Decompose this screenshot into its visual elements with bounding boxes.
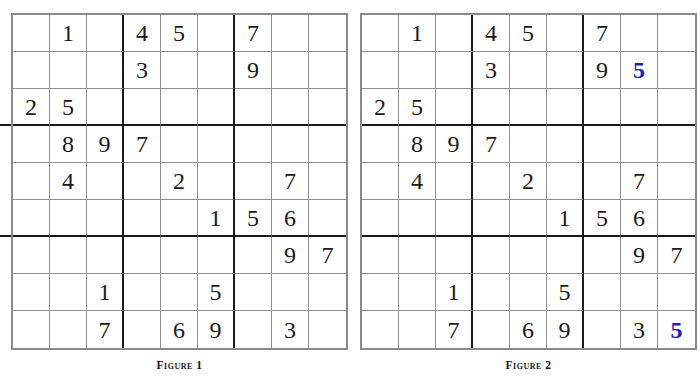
cell-r5c7 bbox=[584, 163, 621, 200]
cell-r5c4 bbox=[473, 163, 510, 200]
cell-r8c6: 5 bbox=[547, 274, 584, 311]
cell-r4c2: 8 bbox=[399, 126, 436, 163]
cell-r9c6: 9 bbox=[198, 311, 235, 348]
cell-r7c2 bbox=[50, 237, 87, 274]
cell-r3c8 bbox=[272, 89, 309, 126]
cell-r8c8 bbox=[272, 274, 309, 311]
cell-r6c8: 6 bbox=[272, 200, 309, 237]
cell-r6c8: 6 bbox=[621, 200, 658, 237]
cell-r8c2 bbox=[399, 274, 436, 311]
cell-r4c1 bbox=[362, 126, 399, 163]
cell-r3c7 bbox=[584, 89, 621, 126]
cell-r2c6 bbox=[547, 52, 584, 89]
cell-r4c9 bbox=[658, 126, 695, 163]
cell-r7c6 bbox=[198, 237, 235, 274]
cell-r2c2 bbox=[399, 52, 436, 89]
cell-r9c3: 7 bbox=[436, 311, 473, 348]
cell-r9c7 bbox=[235, 311, 272, 348]
cell-r1c6 bbox=[198, 15, 235, 52]
cell-r2c3 bbox=[87, 52, 124, 89]
cell-r5c4 bbox=[124, 163, 161, 200]
cell-r4c5 bbox=[510, 126, 547, 163]
cell-r2c1 bbox=[13, 52, 50, 89]
cell-r8c3: 1 bbox=[436, 274, 473, 311]
cell-r4c1 bbox=[13, 126, 50, 163]
cell-r2c8 bbox=[272, 52, 309, 89]
cell-r7c8: 9 bbox=[621, 237, 658, 274]
cell-r5c8: 7 bbox=[272, 163, 309, 200]
cell-r7c3 bbox=[436, 237, 473, 274]
cell-r1c2: 1 bbox=[399, 15, 436, 52]
cell-r8c2 bbox=[50, 274, 87, 311]
cell-r3c6 bbox=[198, 89, 235, 126]
cell-r4c4: 7 bbox=[124, 126, 161, 163]
cell-r3c3 bbox=[87, 89, 124, 126]
cell-r3c6 bbox=[547, 89, 584, 126]
cell-r6c7: 5 bbox=[235, 200, 272, 237]
cell-r8c6: 5 bbox=[198, 274, 235, 311]
cell-r2c6 bbox=[198, 52, 235, 89]
figure-1: 1457392589742715697157693 Figure 1 bbox=[11, 13, 348, 371]
cell-r6c2 bbox=[50, 200, 87, 237]
cell-r6c6: 1 bbox=[198, 200, 235, 237]
cell-r5c3 bbox=[87, 163, 124, 200]
cell-r9c1 bbox=[13, 311, 50, 348]
cell-r6c4 bbox=[124, 200, 161, 237]
cell-r8c3: 1 bbox=[87, 274, 124, 311]
cell-r7c7 bbox=[235, 237, 272, 274]
cell-r8c4 bbox=[473, 274, 510, 311]
cell-r6c6: 1 bbox=[547, 200, 584, 237]
cell-r5c6 bbox=[198, 163, 235, 200]
cell-r8c4 bbox=[124, 274, 161, 311]
cell-r2c5 bbox=[161, 52, 198, 89]
cell-r6c3 bbox=[436, 200, 473, 237]
figure-2: 145739525897427156971576935 Figure 2 bbox=[360, 13, 697, 371]
cell-r9c6: 9 bbox=[547, 311, 584, 348]
cell-r6c1 bbox=[13, 200, 50, 237]
cell-r4c6 bbox=[198, 126, 235, 163]
cell-r5c7 bbox=[235, 163, 272, 200]
cell-r8c5 bbox=[161, 274, 198, 311]
cell-r9c4 bbox=[473, 311, 510, 348]
cell-r9c2 bbox=[399, 311, 436, 348]
cell-r7c5 bbox=[161, 237, 198, 274]
cell-r4c6 bbox=[547, 126, 584, 163]
cell-r3c8 bbox=[621, 89, 658, 126]
cell-r1c7: 7 bbox=[235, 15, 272, 52]
cell-r4c8 bbox=[621, 126, 658, 163]
cell-r3c2: 5 bbox=[399, 89, 436, 126]
cell-r9c5: 6 bbox=[161, 311, 198, 348]
cell-r2c7: 9 bbox=[584, 52, 621, 89]
cell-r5c9 bbox=[658, 163, 695, 200]
cell-r8c1 bbox=[13, 274, 50, 311]
cell-r4c3: 9 bbox=[87, 126, 124, 163]
cell-r7c4 bbox=[124, 237, 161, 274]
cell-r1c9 bbox=[309, 15, 346, 52]
cell-r3c1: 2 bbox=[13, 89, 50, 126]
cell-r2c5 bbox=[510, 52, 547, 89]
cell-r3c4 bbox=[473, 89, 510, 126]
cell-r2c9 bbox=[658, 52, 695, 89]
cell-r8c9 bbox=[658, 274, 695, 311]
cell-r3c7 bbox=[235, 89, 272, 126]
cell-r7c5 bbox=[510, 237, 547, 274]
cell-r4c7 bbox=[584, 126, 621, 163]
sudoku-board-figure-2: 145739525897427156971576935 bbox=[360, 13, 697, 350]
cell-r3c1: 2 bbox=[362, 89, 399, 126]
cell-r6c5 bbox=[161, 200, 198, 237]
cell-r1c3 bbox=[436, 15, 473, 52]
cell-r7c9: 7 bbox=[309, 237, 346, 274]
cell-r1c2: 1 bbox=[50, 15, 87, 52]
cell-r1c1 bbox=[13, 15, 50, 52]
cell-r5c2: 4 bbox=[50, 163, 87, 200]
cell-r7c6 bbox=[547, 237, 584, 274]
cell-r8c1 bbox=[362, 274, 399, 311]
cell-r5c1 bbox=[13, 163, 50, 200]
cell-r1c7: 7 bbox=[584, 15, 621, 52]
cell-r7c9: 7 bbox=[658, 237, 695, 274]
figure-1-caption: Figure 1 bbox=[11, 359, 348, 371]
cell-r2c7: 9 bbox=[235, 52, 272, 89]
cell-r6c9 bbox=[658, 200, 695, 237]
cell-r6c9 bbox=[309, 200, 346, 237]
cell-r1c3 bbox=[87, 15, 124, 52]
cell-r9c3: 7 bbox=[87, 311, 124, 348]
cell-r5c6 bbox=[547, 163, 584, 200]
cell-r1c8 bbox=[272, 15, 309, 52]
cell-r5c5: 2 bbox=[510, 163, 547, 200]
cell-r9c5: 6 bbox=[510, 311, 547, 348]
cell-r8c7 bbox=[584, 274, 621, 311]
cell-r9c4 bbox=[124, 311, 161, 348]
cell-r3c9 bbox=[309, 89, 346, 126]
cell-r2c1 bbox=[362, 52, 399, 89]
cell-r2c4: 3 bbox=[473, 52, 510, 89]
cell-r5c8: 7 bbox=[621, 163, 658, 200]
cell-r6c2 bbox=[399, 200, 436, 237]
cell-r9c8: 3 bbox=[272, 311, 309, 348]
cell-r4c9 bbox=[309, 126, 346, 163]
figure-2-caption: Figure 2 bbox=[360, 359, 697, 371]
cell-r4c4: 7 bbox=[473, 126, 510, 163]
cell-r7c8: 9 bbox=[272, 237, 309, 274]
cell-r5c1 bbox=[362, 163, 399, 200]
cell-r8c8 bbox=[621, 274, 658, 311]
cell-r2c3 bbox=[436, 52, 473, 89]
cell-r9c2 bbox=[50, 311, 87, 348]
cell-r5c2: 4 bbox=[399, 163, 436, 200]
cell-r4c7 bbox=[235, 126, 272, 163]
cell-r9c9 bbox=[309, 311, 346, 348]
cell-r4c8 bbox=[272, 126, 309, 163]
cell-r9c9: 5 bbox=[658, 311, 695, 348]
cell-r7c2 bbox=[399, 237, 436, 274]
cell-r1c4: 4 bbox=[124, 15, 161, 52]
cell-r8c7 bbox=[235, 274, 272, 311]
cell-r9c8: 3 bbox=[621, 311, 658, 348]
cell-r6c3 bbox=[87, 200, 124, 237]
cell-r7c7 bbox=[584, 237, 621, 274]
cell-r2c4: 3 bbox=[124, 52, 161, 89]
cell-r9c1 bbox=[362, 311, 399, 348]
cell-r6c1 bbox=[362, 200, 399, 237]
cell-r9c7 bbox=[584, 311, 621, 348]
cell-r8c9 bbox=[309, 274, 346, 311]
cell-r4c2: 8 bbox=[50, 126, 87, 163]
cell-r3c9 bbox=[658, 89, 695, 126]
cell-r7c1 bbox=[362, 237, 399, 274]
cell-r3c4 bbox=[124, 89, 161, 126]
cell-r7c1 bbox=[13, 237, 50, 274]
cell-r1c5: 5 bbox=[161, 15, 198, 52]
cell-r4c3: 9 bbox=[436, 126, 473, 163]
cell-r1c8 bbox=[621, 15, 658, 52]
cell-r1c5: 5 bbox=[510, 15, 547, 52]
cell-r7c3 bbox=[87, 237, 124, 274]
cell-r3c2: 5 bbox=[50, 89, 87, 126]
cell-r7c4 bbox=[473, 237, 510, 274]
cell-r2c9 bbox=[309, 52, 346, 89]
cell-r1c4: 4 bbox=[473, 15, 510, 52]
cell-r1c9 bbox=[658, 15, 695, 52]
cell-r6c7: 5 bbox=[584, 200, 621, 237]
cell-r6c4 bbox=[473, 200, 510, 237]
cell-r6c5 bbox=[510, 200, 547, 237]
cell-r5c5: 2 bbox=[161, 163, 198, 200]
cell-r2c2 bbox=[50, 52, 87, 89]
cell-r3c3 bbox=[436, 89, 473, 126]
cell-r1c6 bbox=[547, 15, 584, 52]
cell-r4c5 bbox=[161, 126, 198, 163]
cell-r3c5 bbox=[161, 89, 198, 126]
sudoku-board-figure-1: 1457392589742715697157693 bbox=[11, 13, 348, 350]
cell-r5c3 bbox=[436, 163, 473, 200]
cell-r2c8: 5 bbox=[621, 52, 658, 89]
cell-r8c5 bbox=[510, 274, 547, 311]
cell-r1c1 bbox=[362, 15, 399, 52]
cell-r3c5 bbox=[510, 89, 547, 126]
cell-r5c9 bbox=[309, 163, 346, 200]
